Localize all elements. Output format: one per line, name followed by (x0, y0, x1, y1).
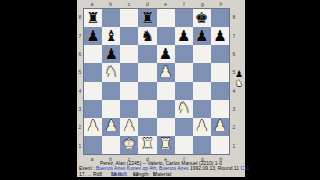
captured-white-knight-icon: ♞ (235, 79, 243, 88)
white-rook-e1[interactable]: ♜ (159, 137, 172, 152)
black-rook-d8[interactable]: ♜ (141, 10, 154, 25)
square-e6[interactable]: ♟ (157, 45, 175, 63)
square-g6[interactable] (193, 45, 211, 63)
square-h1[interactable] (211, 136, 229, 154)
square-a3[interactable] (84, 100, 102, 118)
white-pawn-e5[interactable]: ♟ (159, 64, 172, 79)
eco-code[interactable]: C11 (240, 165, 249, 171)
square-e5[interactable]: ♟ (157, 63, 175, 81)
black-pawn-e6[interactable]: ♟ (159, 46, 172, 61)
square-b2[interactable]: ♟ (102, 118, 120, 136)
letterbox-left (0, 0, 77, 180)
rank-label-1: 1 (232, 137, 236, 155)
square-d7[interactable]: ♞ (138, 27, 156, 45)
square-c3[interactable] (120, 100, 138, 118)
file-label-h: h (212, 1, 230, 7)
rank-label-1: 1 (78, 137, 82, 155)
chess-gui-panel: abcdefgh 87654321 87654321 ♜♜♚♟♝♞♟♟♟♟♟♞♟… (77, 0, 245, 177)
square-h2[interactable]: ♟ (211, 118, 229, 136)
square-h6[interactable] (211, 45, 229, 63)
chess-board[interactable]: ♜♜♚♟♝♞♟♟♟♟♟♞♟♞♟♟♟♟♟♚♜♜ (83, 8, 230, 155)
black-rook-a8[interactable]: ♜ (86, 10, 99, 25)
square-c7[interactable] (120, 27, 138, 45)
rank-label-7: 7 (232, 26, 236, 44)
letterbox-right (245, 0, 320, 180)
file-label-b: b (101, 1, 119, 7)
file-label-a: a (83, 1, 101, 7)
last-move: 17. ... Rd8 (79, 172, 102, 178)
white-pawn-b2[interactable]: ♟ (104, 119, 117, 134)
square-g5[interactable] (193, 63, 211, 81)
square-f3[interactable]: ♞ (175, 100, 193, 118)
square-b8[interactable] (102, 9, 120, 27)
rank-label-6: 6 (78, 45, 82, 63)
square-c2[interactable]: ♟ (120, 118, 138, 136)
file-label-c: c (120, 1, 138, 7)
square-c1[interactable]: ♚ (120, 136, 138, 154)
rank-label-3: 3 (78, 100, 82, 118)
rank-label-2: 2 (232, 118, 236, 136)
square-d8[interactable]: ♜ (138, 9, 156, 27)
black-king-g8[interactable]: ♚ (195, 10, 208, 25)
square-d3[interactable] (138, 100, 156, 118)
white-pawn-a2[interactable]: ♟ (86, 119, 99, 134)
square-g3[interactable] (193, 100, 211, 118)
square-f8[interactable] (175, 9, 193, 27)
file-label-f: f (175, 1, 193, 7)
black-pawn-b6[interactable]: ♟ (104, 46, 117, 61)
square-g1[interactable] (193, 136, 211, 154)
square-h4[interactable] (211, 82, 229, 100)
white-pawn-g2[interactable]: ♟ (195, 119, 208, 134)
square-c8[interactable] (120, 9, 138, 27)
white-knight-f3[interactable]: ♞ (177, 101, 190, 116)
file-label-e: e (157, 1, 175, 7)
captured-material-tray: ♟ ♞ (234, 70, 244, 88)
square-h7[interactable]: ♟ (211, 27, 229, 45)
black-bishop-b7[interactable]: ♝ (104, 28, 117, 43)
square-e2[interactable] (157, 118, 175, 136)
square-c5[interactable] (120, 63, 138, 81)
square-e8[interactable] (157, 9, 175, 27)
event-date-round: 1992.09.13, Round 11 (190, 165, 239, 171)
square-f6[interactable] (175, 45, 193, 63)
black-pawn-a7[interactable]: ♟ (86, 28, 99, 43)
black-pawn-h7[interactable]: ♟ (213, 28, 226, 43)
white-king-c1[interactable]: ♚ (123, 137, 136, 152)
square-a7[interactable]: ♟ (84, 27, 102, 45)
rank-label-8: 8 (78, 8, 82, 26)
square-g8[interactable]: ♚ (193, 9, 211, 27)
square-a6[interactable] (84, 45, 102, 63)
square-g2[interactable]: ♟ (193, 118, 211, 136)
square-b1[interactable] (102, 136, 120, 154)
rank-label-4: 4 (78, 82, 82, 100)
square-d5[interactable] (138, 63, 156, 81)
rank-label-5: 5 (78, 63, 82, 81)
white-pawn-h2[interactable]: ♟ (213, 119, 226, 134)
square-b3[interactable] (102, 100, 120, 118)
square-d1[interactable]: ♜ (138, 136, 156, 154)
rank-label-7: 7 (78, 26, 82, 44)
file-labels-top: abcdefgh (83, 1, 230, 7)
white-rook-d1[interactable]: ♜ (141, 137, 154, 152)
square-e1[interactable]: ♜ (157, 136, 175, 154)
square-g4[interactable] (193, 82, 211, 100)
square-b6[interactable]: ♟ (102, 45, 120, 63)
square-c6[interactable] (120, 45, 138, 63)
square-h5[interactable] (211, 63, 229, 81)
square-f2[interactable] (175, 118, 193, 136)
square-a4[interactable] (84, 82, 102, 100)
square-e7[interactable] (157, 27, 175, 45)
square-d6[interactable] (138, 45, 156, 63)
square-a1[interactable] (84, 136, 102, 154)
square-b4[interactable] (102, 82, 120, 100)
square-g7[interactable]: ♟ (193, 27, 211, 45)
square-a2[interactable]: ♟ (84, 118, 102, 136)
black-pawn-f7[interactable]: ♟ (177, 28, 190, 43)
white-pawn-c2[interactable]: ♟ (123, 119, 136, 134)
square-c4[interactable] (120, 82, 138, 100)
video-frame: { "game": "chess", "position": { "fen": … (0, 0, 320, 180)
status-line: 17. ... Rd8 Next: 18.Nd6 Length: 43 Mate… (77, 172, 245, 178)
rank-label-8: 8 (232, 8, 236, 26)
square-e4[interactable] (157, 82, 175, 100)
square-f1[interactable] (175, 136, 193, 154)
black-pawn-g7[interactable]: ♟ (195, 28, 208, 43)
square-d2[interactable] (138, 118, 156, 136)
square-f5[interactable] (175, 63, 193, 81)
square-b5[interactable]: ♞ (102, 63, 120, 81)
square-d4[interactable] (138, 82, 156, 100)
black-knight-d7[interactable]: ♞ (141, 28, 154, 43)
rank-label-3: 3 (232, 100, 236, 118)
square-f4[interactable] (175, 82, 193, 100)
square-f7[interactable]: ♟ (175, 27, 193, 45)
square-h8[interactable] (211, 9, 229, 27)
rank-label-2: 2 (78, 118, 82, 136)
rank-labels-left: 87654321 (78, 8, 82, 155)
file-label-d: d (138, 1, 156, 7)
square-a8[interactable]: ♜ (84, 9, 102, 27)
file-label-g: g (193, 1, 211, 7)
square-e3[interactable] (157, 100, 175, 118)
rank-label-6: 6 (232, 45, 236, 63)
white-knight-b5[interactable]: ♞ (104, 64, 117, 79)
square-b7[interactable]: ♝ (102, 27, 120, 45)
square-a5[interactable] (84, 63, 102, 81)
square-h3[interactable] (211, 100, 229, 118)
